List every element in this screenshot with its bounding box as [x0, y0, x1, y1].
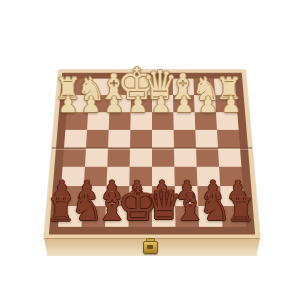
board-square	[221, 206, 246, 227]
board-square	[130, 130, 152, 148]
board-square	[217, 130, 240, 148]
board-square	[60, 186, 84, 206]
board-square	[106, 186, 129, 206]
board-fold-seam	[52, 147, 252, 149]
board-square	[88, 95, 110, 112]
board-square	[130, 112, 152, 130]
clasp-keeper	[147, 245, 153, 249]
board-square	[152, 186, 175, 206]
board-square	[215, 95, 237, 112]
board-square	[195, 112, 217, 130]
board-square	[65, 112, 88, 130]
board-square	[64, 130, 87, 148]
board-square	[86, 130, 109, 148]
board-square	[174, 167, 197, 186]
board-square	[68, 79, 90, 96]
board-square	[173, 112, 195, 130]
board-square	[87, 112, 109, 130]
board-square	[131, 95, 152, 112]
board-square	[109, 95, 131, 112]
board-squares-grid	[58, 79, 246, 227]
board-square	[214, 79, 236, 96]
board-square	[130, 148, 152, 167]
board-square	[109, 112, 131, 130]
board-square	[152, 206, 175, 227]
board-square	[196, 148, 219, 167]
board-square	[152, 130, 174, 148]
board-square	[193, 79, 215, 96]
board-square	[197, 186, 221, 206]
board-square	[175, 206, 199, 227]
board-square	[152, 167, 175, 186]
board-square	[108, 130, 130, 148]
board-square	[107, 167, 130, 186]
board-square	[129, 186, 152, 206]
board-square	[89, 79, 111, 96]
board-square	[84, 167, 107, 186]
board-square	[82, 206, 106, 227]
board-square	[152, 95, 173, 112]
board-square	[131, 79, 152, 96]
board-square	[63, 148, 86, 167]
chess-board	[44, 70, 260, 239]
board-square	[173, 95, 195, 112]
product-photo-scene: ♜♞♝♚♛♝♞♜♟♟♟♟♟♟♟♟♟♟♟♟♟♟♟♟♜♞♝♚♛♝♞♜	[0, 0, 300, 300]
board-square	[195, 130, 218, 148]
board-square	[152, 112, 174, 130]
board-square	[194, 95, 216, 112]
board-square	[67, 95, 89, 112]
board-square	[220, 186, 244, 206]
board-square	[218, 148, 241, 167]
board-square	[129, 167, 152, 186]
board-square	[83, 186, 107, 206]
board-square	[219, 167, 243, 186]
board-square	[175, 186, 198, 206]
board-square	[174, 148, 197, 167]
board-square	[216, 112, 239, 130]
board-square	[197, 167, 220, 186]
brass-clasp	[143, 241, 158, 254]
board-square	[61, 167, 85, 186]
board-square	[173, 79, 194, 96]
board-square	[152, 148, 174, 167]
board-square	[58, 206, 83, 227]
board-square	[174, 130, 196, 148]
board-square	[129, 206, 152, 227]
board-square	[152, 79, 173, 96]
board-square	[105, 206, 129, 227]
board-square	[85, 148, 108, 167]
board-square	[198, 206, 222, 227]
board-square	[110, 79, 131, 96]
board-square	[107, 148, 130, 167]
